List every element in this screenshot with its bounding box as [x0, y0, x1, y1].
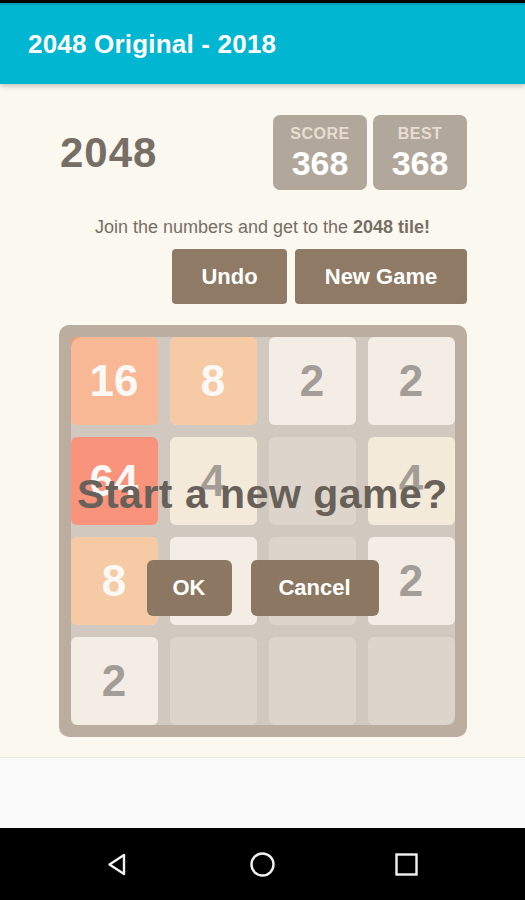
undo-button[interactable]: Undo	[172, 249, 287, 304]
dialog-message: Start a new game?	[71, 471, 455, 518]
game-title: 2048	[60, 129, 157, 177]
game-screen: 2048 SCORE 368 BEST 368 Join the numbers…	[0, 84, 525, 757]
header-row: 2048 SCORE 368 BEST 368	[60, 115, 467, 190]
recents-icon[interactable]	[393, 851, 420, 878]
ok-button[interactable]: OK	[147, 560, 232, 616]
best-label: BEST	[398, 125, 443, 143]
best-value: 368	[392, 143, 449, 183]
best-box: BEST 368	[373, 115, 467, 190]
new-game-dialog-overlay: Start a new game? OK Cancel	[71, 337, 455, 725]
controls-row: Undo New Game	[0, 249, 467, 304]
android-nav-bar	[0, 828, 525, 900]
dialog-buttons: OK Cancel	[71, 560, 455, 616]
app-bar: 2048 Original - 2018	[0, 3, 525, 84]
board[interactable]: 1682264448222 Start a new game? OK Cance…	[59, 325, 467, 737]
home-icon[interactable]	[249, 851, 276, 878]
bottom-panel	[0, 757, 525, 828]
score-box: SCORE 368	[273, 115, 367, 190]
score-label: SCORE	[290, 125, 349, 143]
back-icon[interactable]	[105, 851, 132, 878]
score-panel: SCORE 368 BEST 368	[273, 115, 467, 190]
instructions-goal: 2048 tile!	[353, 217, 430, 237]
app-bar-title: 2048 Original - 2018	[28, 29, 276, 60]
score-value: 368	[292, 143, 349, 183]
cancel-button[interactable]: Cancel	[251, 560, 379, 616]
new-game-button[interactable]: New Game	[295, 249, 467, 304]
game-instructions: Join the numbers and get to the 2048 til…	[0, 215, 525, 239]
phone-screen: 2048 Original - 2018 2048 SCORE 368 BEST…	[0, 0, 525, 900]
instructions-text: Join the numbers and get to the	[95, 217, 353, 237]
